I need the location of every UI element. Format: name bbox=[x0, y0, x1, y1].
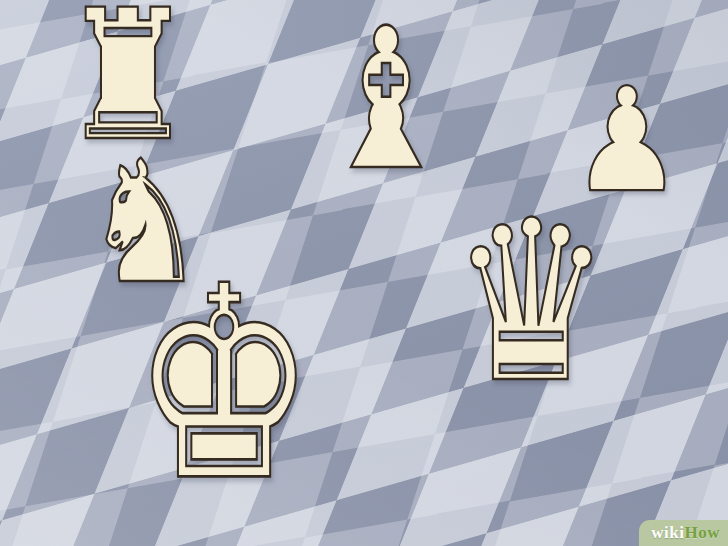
wikihow-watermark-wiki-text: wiki bbox=[651, 524, 684, 541]
wikihow-watermark-how-text: How bbox=[685, 524, 721, 541]
white-king-piece[interactable]: ♚ bbox=[132, 252, 316, 519]
chess-illustration: ♜ ♝ ♟ ♞ ♚ ♛ wikiHow bbox=[0, 0, 728, 546]
white-bishop-piece[interactable]: ♝ bbox=[319, 2, 453, 197]
wikihow-watermark[interactable]: wikiHow bbox=[639, 520, 728, 546]
white-queen-piece[interactable]: ♛ bbox=[451, 192, 611, 415]
